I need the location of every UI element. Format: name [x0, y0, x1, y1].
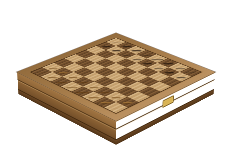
chess-set-photo: ♜♞♝♛♚♝♞♜♟♟♟♟♟♟♟♟♟♟♟♟♟♟♟♟♜♞♝♛♚♝♞♜ — [0, 0, 225, 150]
white-rook-icon: ♜ — [97, 81, 135, 113]
brass-plaque — [162, 95, 173, 108]
black-pawn-icon: ♟ — [163, 56, 198, 80]
